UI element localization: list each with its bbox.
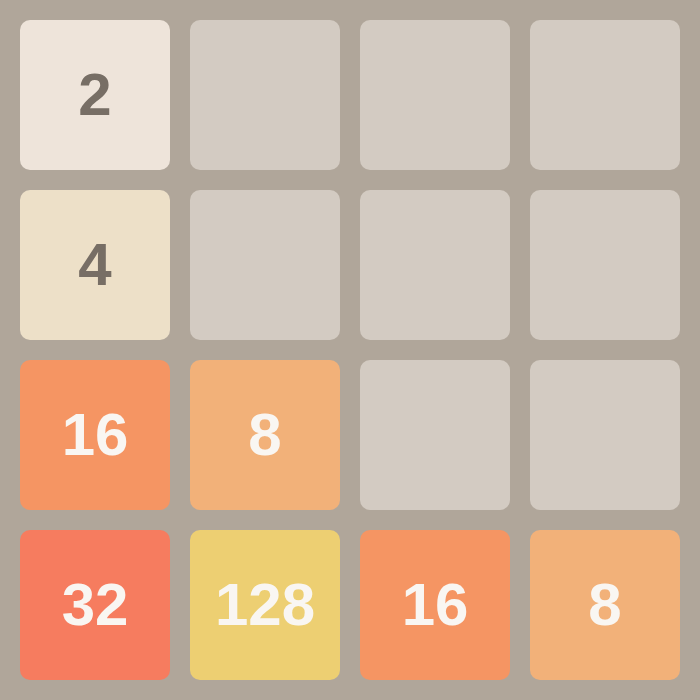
empty-cell [530, 360, 680, 510]
tile-16: 16 [20, 360, 170, 510]
tile-32: 32 [20, 530, 170, 680]
tile-4: 4 [20, 190, 170, 340]
tile-16: 16 [360, 530, 510, 680]
empty-cell [190, 20, 340, 170]
empty-cell [360, 360, 510, 510]
tile-8: 8 [190, 360, 340, 510]
empty-cell [530, 190, 680, 340]
empty-cell [190, 190, 340, 340]
tile-2: 2 [20, 20, 170, 170]
tile-128: 128 [190, 530, 340, 680]
board-2048[interactable]: 2416832128168 [0, 0, 700, 700]
empty-cell [360, 20, 510, 170]
empty-cell [360, 190, 510, 340]
tile-8: 8 [530, 530, 680, 680]
empty-cell [530, 20, 680, 170]
